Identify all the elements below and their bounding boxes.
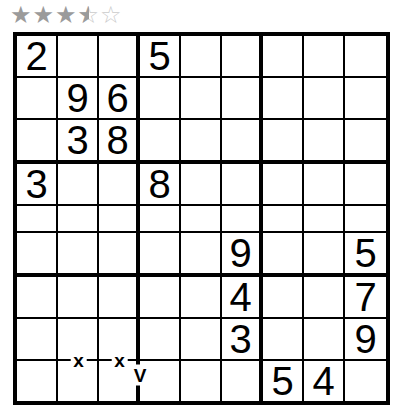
cell-r5c3[interactable]	[99, 206, 140, 233]
cell-r7c6[interactable]: 4	[222, 277, 263, 319]
cell-r6c9[interactable]: 5	[345, 233, 386, 277]
cell-r9c8[interactable]: 4	[304, 361, 345, 401]
cell-r5c7[interactable]	[263, 206, 304, 233]
cell-r6c6[interactable]: 9	[222, 233, 263, 277]
cell-r3c6[interactable]	[222, 120, 263, 164]
cell-r2c9[interactable]	[345, 78, 386, 120]
cell-r3c2[interactable]: 3	[58, 120, 99, 164]
cell-r1c1[interactable]: 2	[17, 36, 58, 78]
cell-r7c4[interactable]	[140, 277, 181, 319]
cell-r3c3[interactable]: 8	[99, 120, 140, 164]
cell-r4c6[interactable]	[222, 164, 263, 206]
x-clue-mark: x	[111, 350, 128, 371]
cell-r6c2[interactable]	[58, 233, 99, 277]
cell-r7c8[interactable]	[304, 277, 345, 319]
cell-r3c5[interactable]	[181, 120, 222, 164]
cell-r1c3[interactable]	[99, 36, 140, 78]
v-clue-mark: V	[131, 364, 150, 385]
cell-r8c1[interactable]	[17, 319, 58, 361]
cell-r3c9[interactable]	[345, 120, 386, 164]
cell-r5c1[interactable]	[17, 206, 58, 233]
cell-r1c2[interactable]	[58, 36, 99, 78]
cell-r4c8[interactable]	[304, 164, 345, 206]
cell-r6c1[interactable]	[17, 233, 58, 277]
star-full-icon: ★	[33, 0, 55, 30]
cell-r8c8[interactable]	[304, 319, 345, 361]
star-half-icon: ☆★	[78, 0, 100, 30]
cell-r4c9[interactable]	[345, 164, 386, 206]
cell-r1c9[interactable]	[345, 36, 386, 78]
cell-r6c5[interactable]	[181, 233, 222, 277]
cell-r3c7[interactable]	[263, 120, 304, 164]
cell-r6c3[interactable]	[99, 233, 140, 277]
sudoku-puzzle-page: ★★★☆★☆ 2596383895473954xxV	[0, 0, 397, 415]
cell-r1c7[interactable]	[263, 36, 304, 78]
cell-r7c9[interactable]: 7	[345, 277, 386, 319]
cell-r2c2[interactable]: 9	[58, 78, 99, 120]
cell-r5c9[interactable]	[345, 206, 386, 233]
cell-r4c4[interactable]: 8	[140, 164, 181, 206]
cell-r3c4[interactable]	[140, 120, 181, 164]
cell-r4c5[interactable]	[181, 164, 222, 206]
cell-r2c4[interactable]	[140, 78, 181, 120]
cell-r1c5[interactable]	[181, 36, 222, 78]
cell-r8c6[interactable]: 3	[222, 319, 263, 361]
cell-r9c6[interactable]	[222, 361, 263, 401]
star-full-icon: ★	[55, 0, 77, 30]
star-full-icon: ★	[10, 0, 32, 30]
cell-r4c2[interactable]	[58, 164, 99, 206]
cell-r5c8[interactable]	[304, 206, 345, 233]
cell-r6c8[interactable]	[304, 233, 345, 277]
star-empty-icon: ☆	[100, 0, 122, 30]
cell-r2c8[interactable]	[304, 78, 345, 120]
x-clue-mark: x	[70, 350, 87, 371]
cell-r8c7[interactable]	[263, 319, 304, 361]
cell-r3c1[interactable]	[17, 120, 58, 164]
cell-r7c7[interactable]	[263, 277, 304, 319]
cell-r1c8[interactable]	[304, 36, 345, 78]
cell-r8c9[interactable]: 9	[345, 319, 386, 361]
cell-r7c2[interactable]	[58, 277, 99, 319]
cell-r5c4[interactable]	[140, 206, 181, 233]
cell-r7c1[interactable]	[17, 277, 58, 319]
cell-r5c6[interactable]	[222, 206, 263, 233]
cell-r4c3[interactable]	[99, 164, 140, 206]
cell-r9c1[interactable]	[17, 361, 58, 401]
cell-r6c7[interactable]	[263, 233, 304, 277]
cell-r7c5[interactable]	[181, 277, 222, 319]
cell-r9c7[interactable]: 5	[263, 361, 304, 401]
cell-r5c2[interactable]	[58, 206, 99, 233]
cell-r9c9[interactable]	[345, 361, 386, 401]
cell-r2c6[interactable]	[222, 78, 263, 120]
cell-r7c3[interactable]	[99, 277, 140, 319]
cell-r1c6[interactable]	[222, 36, 263, 78]
cell-r2c7[interactable]	[263, 78, 304, 120]
cell-r8c4[interactable]	[140, 319, 181, 361]
cell-r4c1[interactable]: 3	[17, 164, 58, 206]
cell-r2c3[interactable]: 6	[99, 78, 140, 120]
cell-r3c8[interactable]	[304, 120, 345, 164]
sudoku-board: 2596383895473954xxV	[13, 32, 390, 405]
cell-r2c5[interactable]	[181, 78, 222, 120]
cell-r6c4[interactable]	[140, 233, 181, 277]
cell-r1c4[interactable]: 5	[140, 36, 181, 78]
cell-r8c5[interactable]	[181, 319, 222, 361]
cell-r2c1[interactable]	[17, 78, 58, 120]
cell-r5c5[interactable]	[181, 206, 222, 233]
difficulty-rating: ★★★☆★☆	[10, 0, 123, 30]
cell-r4c7[interactable]	[263, 164, 304, 206]
cell-r9c5[interactable]	[181, 361, 222, 401]
